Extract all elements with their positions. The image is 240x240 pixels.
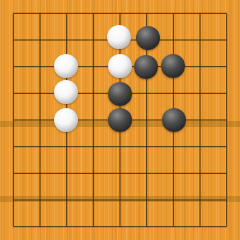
white-stone — [108, 54, 132, 78]
white-stone — [54, 108, 78, 132]
white-stone — [54, 54, 78, 78]
black-stone — [161, 54, 185, 78]
white-stone — [54, 80, 78, 104]
black-stone — [134, 55, 158, 79]
go-board[interactable] — [0, 0, 240, 240]
white-stone — [107, 25, 131, 49]
black-stone — [136, 26, 160, 50]
black-stone — [108, 108, 132, 132]
